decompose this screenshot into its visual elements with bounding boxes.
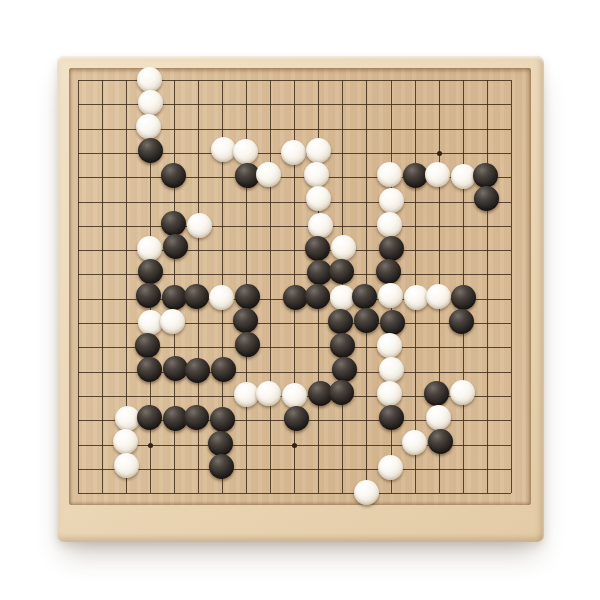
white-stone[interactable] [450, 380, 475, 405]
white-stone[interactable] [137, 236, 162, 261]
white-stone[interactable] [256, 162, 281, 187]
white-stone[interactable] [233, 139, 258, 164]
grid-line-vertical [78, 80, 79, 493]
black-stone[interactable] [380, 310, 405, 335]
black-stone[interactable] [330, 333, 355, 358]
white-stone[interactable] [282, 383, 307, 408]
black-stone[interactable] [352, 284, 377, 309]
white-stone[interactable] [306, 138, 331, 163]
white-stone[interactable] [138, 90, 163, 115]
black-stone[interactable] [235, 284, 260, 309]
white-stone[interactable] [281, 140, 306, 165]
white-stone[interactable] [354, 480, 379, 505]
white-stone[interactable] [308, 213, 333, 238]
black-stone[interactable] [161, 211, 186, 236]
star-point [148, 443, 153, 448]
black-stone[interactable] [211, 357, 236, 382]
black-stone[interactable] [328, 309, 353, 334]
white-stone[interactable] [187, 213, 212, 238]
white-stone[interactable] [379, 188, 404, 213]
black-stone[interactable] [305, 236, 330, 261]
black-stone[interactable] [329, 380, 354, 405]
black-stone[interactable] [449, 309, 474, 334]
white-stone[interactable] [304, 162, 329, 187]
black-stone[interactable] [163, 234, 188, 259]
white-stone[interactable] [331, 235, 356, 260]
white-stone[interactable] [256, 381, 281, 406]
black-stone[interactable] [137, 405, 162, 430]
black-stone[interactable] [284, 406, 309, 431]
grid-line-horizontal [78, 202, 511, 203]
grid-line-horizontal [78, 493, 511, 494]
white-stone[interactable] [426, 405, 451, 430]
grid-line-vertical [270, 80, 271, 493]
black-stone[interactable] [138, 259, 163, 284]
grid-line-vertical [102, 80, 103, 493]
black-stone[interactable] [329, 259, 354, 284]
grid-line-horizontal [78, 469, 511, 470]
black-stone[interactable] [138, 138, 163, 163]
black-stone[interactable] [135, 333, 160, 358]
star-point [292, 443, 297, 448]
black-stone[interactable] [184, 284, 209, 309]
black-stone[interactable] [473, 163, 498, 188]
board-surface[interactable] [69, 68, 531, 505]
white-stone[interactable] [378, 455, 403, 480]
black-stone[interactable] [137, 357, 162, 382]
black-stone[interactable] [209, 454, 234, 479]
white-stone[interactable] [209, 285, 234, 310]
white-stone[interactable] [113, 429, 138, 454]
white-stone[interactable] [377, 333, 402, 358]
white-stone[interactable] [137, 67, 162, 92]
black-stone[interactable] [210, 407, 235, 432]
white-stone[interactable] [377, 381, 402, 406]
white-stone[interactable] [160, 309, 185, 334]
grid-line-vertical [487, 80, 488, 493]
grid-line-vertical [511, 80, 512, 493]
black-stone[interactable] [184, 405, 209, 430]
black-stone[interactable] [185, 358, 210, 383]
black-stone[interactable] [354, 308, 379, 333]
white-stone[interactable] [377, 212, 402, 237]
white-stone[interactable] [377, 162, 402, 187]
black-stone[interactable] [208, 431, 233, 456]
black-stone[interactable] [428, 429, 453, 454]
black-stone[interactable] [233, 308, 258, 333]
black-stone[interactable] [305, 284, 330, 309]
white-stone[interactable] [378, 283, 403, 308]
black-stone[interactable] [161, 163, 186, 188]
black-stone[interactable] [379, 405, 404, 430]
black-stone[interactable] [379, 236, 404, 261]
white-stone[interactable] [306, 186, 331, 211]
grid-line-horizontal [78, 226, 511, 227]
white-stone[interactable] [426, 284, 451, 309]
black-stone[interactable] [136, 283, 161, 308]
white-stone[interactable] [402, 430, 427, 455]
go-board-photo [0, 0, 600, 600]
white-stone[interactable] [136, 114, 161, 139]
white-stone[interactable] [379, 357, 404, 382]
go-board [57, 56, 544, 542]
black-stone[interactable] [424, 381, 449, 406]
star-point [437, 151, 442, 156]
white-stone[interactable] [425, 162, 450, 187]
black-stone[interactable] [376, 259, 401, 284]
black-stone[interactable] [451, 285, 476, 310]
white-stone[interactable] [114, 453, 139, 478]
black-stone[interactable] [474, 186, 499, 211]
black-stone[interactable] [235, 332, 260, 357]
black-stone[interactable] [332, 357, 357, 382]
